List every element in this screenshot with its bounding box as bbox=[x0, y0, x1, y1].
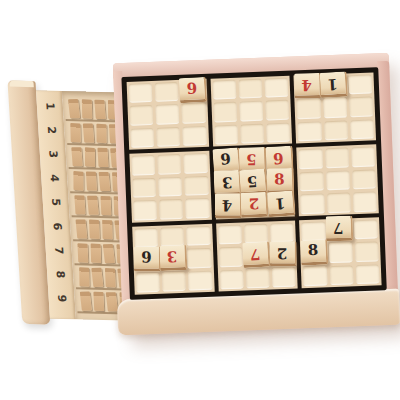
drawer-row-label: 9 bbox=[54, 285, 69, 311]
grid-cell[interactable]: 3 bbox=[161, 249, 185, 269]
drawer-tile[interactable] bbox=[87, 196, 99, 215]
grid-cell[interactable] bbox=[160, 226, 184, 246]
grid-cell[interactable] bbox=[328, 242, 352, 262]
grid-cell[interactable] bbox=[136, 272, 160, 292]
grid-cell[interactable] bbox=[218, 224, 242, 244]
drawer-tile[interactable] bbox=[103, 244, 115, 263]
tile-digit: 4 bbox=[301, 76, 312, 91]
grid-cell[interactable] bbox=[158, 154, 182, 174]
grid-cell[interactable]: 5 bbox=[242, 173, 266, 193]
drawer-tile[interactable] bbox=[74, 195, 85, 214]
grid-box: 956358421 bbox=[213, 148, 295, 219]
drawer-tile[interactable] bbox=[101, 196, 112, 215]
grid-cell[interactable]: 9 bbox=[181, 81, 205, 101]
drawer-row-label: 4 bbox=[47, 165, 62, 191]
grid-cell[interactable] bbox=[352, 169, 376, 189]
grid-cell[interactable] bbox=[186, 198, 210, 218]
drawer-tile[interactable] bbox=[71, 147, 82, 166]
drawer-tile[interactable] bbox=[106, 292, 118, 311]
grid-cell[interactable] bbox=[348, 74, 372, 94]
grid-cell[interactable] bbox=[219, 247, 243, 267]
tile-digit: 3 bbox=[221, 174, 232, 189]
drawer-tile[interactable] bbox=[102, 220, 113, 240]
tile-digit: 5 bbox=[247, 173, 259, 189]
tile-digit: 8 bbox=[274, 172, 285, 187]
grid-cell[interactable]: 7 bbox=[328, 220, 352, 240]
grid-cell[interactable]: 4 bbox=[217, 197, 241, 217]
number-tile[interactable]: 1 bbox=[267, 190, 296, 217]
drawer-tile[interactable] bbox=[83, 124, 94, 143]
grid-cell[interactable] bbox=[129, 83, 153, 103]
grid-cell[interactable] bbox=[324, 120, 348, 140]
drawer-tile[interactable] bbox=[91, 244, 102, 264]
drawer-tile[interactable] bbox=[96, 124, 106, 144]
drawer-tile[interactable] bbox=[70, 123, 81, 143]
drawer-tile[interactable] bbox=[73, 171, 83, 191]
grid-cell[interactable]: 3 bbox=[216, 174, 240, 194]
drawer-row-label: 6 bbox=[50, 213, 65, 239]
grid-cell[interactable] bbox=[187, 248, 211, 268]
drawer-row-label: 2 bbox=[44, 117, 59, 143]
grid-box bbox=[129, 151, 211, 222]
grid-cell[interactable] bbox=[300, 171, 324, 191]
number-tile[interactable]: 9 bbox=[179, 77, 207, 103]
grid-cell[interactable] bbox=[182, 103, 206, 123]
drawer-tile[interactable] bbox=[91, 268, 103, 287]
drawer-row-label: 8 bbox=[53, 261, 68, 287]
grid-cell[interactable] bbox=[350, 119, 374, 139]
grid-cell[interactable] bbox=[351, 147, 375, 167]
grid-cell[interactable] bbox=[329, 265, 353, 285]
grid-cell[interactable] bbox=[133, 200, 157, 220]
grid-cell[interactable] bbox=[297, 99, 321, 119]
grid-cell[interactable] bbox=[159, 199, 183, 219]
grid-box bbox=[210, 76, 292, 147]
tile-digit: 7 bbox=[250, 245, 261, 261]
grid-cell[interactable]: 2 bbox=[271, 245, 295, 265]
number-tile[interactable]: 2 bbox=[269, 241, 296, 266]
grid-cell[interactable] bbox=[185, 176, 209, 196]
drawer-row-label: 3 bbox=[46, 141, 61, 167]
tile-digit: 9 bbox=[141, 250, 151, 265]
grid-cell[interactable] bbox=[155, 82, 179, 102]
drawer-tile[interactable] bbox=[85, 147, 95, 167]
tile-digit: 1 bbox=[274, 194, 286, 210]
grid-cell[interactable] bbox=[353, 192, 377, 212]
drawer-tile[interactable] bbox=[93, 292, 104, 311]
grid-cell[interactable]: 2 bbox=[243, 196, 267, 216]
grid-cell[interactable] bbox=[132, 178, 156, 198]
grid-cell[interactable] bbox=[212, 80, 236, 100]
grid-cell[interactable] bbox=[349, 97, 373, 117]
drawer-tile[interactable] bbox=[99, 172, 111, 191]
grid-cell[interactable] bbox=[187, 225, 211, 245]
grid-cell[interactable] bbox=[325, 148, 349, 168]
grid-cell[interactable] bbox=[214, 125, 238, 145]
grid-box: 41 bbox=[294, 72, 376, 143]
grid-cell[interactable] bbox=[300, 194, 324, 214]
drawer-tile[interactable] bbox=[94, 100, 105, 119]
number-tile[interactable]: 1 bbox=[320, 71, 348, 97]
grid-cell[interactable] bbox=[323, 98, 347, 118]
grid-cell[interactable] bbox=[327, 193, 351, 213]
tile-digit: 9 bbox=[186, 81, 197, 97]
drawer-tile[interactable] bbox=[77, 243, 88, 262]
grid-cell[interactable] bbox=[355, 241, 379, 261]
grid-cell[interactable] bbox=[188, 270, 212, 290]
grid-cell[interactable] bbox=[130, 105, 154, 125]
grid-cell[interactable] bbox=[303, 266, 327, 286]
drawer-tile[interactable] bbox=[89, 220, 100, 239]
tile-digit: 4 bbox=[222, 197, 232, 212]
tile-digit: 1 bbox=[327, 75, 338, 91]
grid-cell[interactable] bbox=[299, 149, 323, 169]
grid-cell[interactable] bbox=[272, 267, 296, 287]
grid-cell[interactable] bbox=[356, 264, 380, 284]
grid-cell[interactable] bbox=[213, 102, 237, 122]
grid-cell[interactable] bbox=[156, 104, 180, 124]
grid-cell[interactable] bbox=[246, 268, 270, 288]
grid-cell[interactable] bbox=[244, 223, 268, 243]
grid-cell[interactable] bbox=[131, 155, 155, 175]
grid-cell[interactable] bbox=[183, 126, 207, 146]
grid-box: 72 bbox=[216, 220, 298, 291]
tile-digit: 6 bbox=[273, 150, 284, 166]
drawer-tile[interactable] bbox=[86, 172, 97, 191]
drawer-tile[interactable] bbox=[82, 99, 93, 119]
number-tile[interactable]: 9 bbox=[133, 246, 160, 271]
number-tile[interactable]: 7 bbox=[326, 216, 354, 242]
number-tile[interactable]: 3 bbox=[159, 245, 187, 271]
grid-cell[interactable]: 7 bbox=[245, 246, 269, 266]
grid-cell[interactable]: 8 bbox=[302, 243, 326, 263]
grid-cell[interactable] bbox=[134, 227, 158, 247]
grid-cell[interactable] bbox=[184, 153, 208, 173]
grid-box: 78 bbox=[299, 217, 381, 288]
tile-digit: 3 bbox=[167, 249, 178, 264]
grid-cell[interactable] bbox=[326, 170, 350, 190]
grid-cell[interactable]: 1 bbox=[269, 195, 293, 215]
number-tile[interactable]: 8 bbox=[300, 239, 328, 265]
drawer-tile[interactable] bbox=[76, 219, 88, 238]
drawer-tile[interactable] bbox=[80, 291, 92, 310]
grid-cell[interactable] bbox=[157, 127, 181, 147]
grid-cell[interactable]: 8 bbox=[268, 172, 292, 192]
grid-cell[interactable]: 9 bbox=[135, 250, 159, 270]
drawer-tile[interactable] bbox=[79, 267, 90, 287]
product-photo: 123456789 941956358421937278 bbox=[0, 0, 400, 400]
grid-cell[interactable] bbox=[239, 101, 263, 121]
sudoku-board-box: 941956358421937278 bbox=[113, 53, 399, 335]
drawer-tile[interactable] bbox=[68, 99, 80, 118]
sudoku-grid: 941956358421937278 bbox=[121, 67, 386, 300]
grid-box: 9 bbox=[127, 79, 209, 150]
grid-cell[interactable] bbox=[162, 271, 186, 291]
grid-cell[interactable]: 4 bbox=[296, 76, 320, 96]
grid-cell[interactable] bbox=[238, 79, 262, 99]
grid-box: 93 bbox=[132, 223, 214, 294]
grid-cell[interactable] bbox=[266, 100, 290, 120]
drawer-tile[interactable] bbox=[105, 268, 116, 287]
tile-digit: 7 bbox=[333, 220, 344, 235]
grid-cell[interactable] bbox=[265, 78, 289, 98]
grid-cell[interactable] bbox=[240, 124, 264, 144]
grid-cell[interactable] bbox=[354, 219, 378, 239]
number-tile[interactable]: 4 bbox=[215, 193, 242, 218]
tile-digit: 8 bbox=[308, 243, 319, 258]
grid-cell[interactable] bbox=[298, 121, 322, 141]
tile-digit: 9 bbox=[220, 152, 232, 168]
grid-cell[interactable] bbox=[159, 177, 183, 197]
grid-box bbox=[297, 145, 379, 216]
drawer-tile[interactable] bbox=[97, 148, 108, 167]
number-tile[interactable]: 4 bbox=[294, 73, 322, 99]
drawer-row-label: 1 bbox=[43, 93, 58, 119]
grid-cell[interactable] bbox=[220, 269, 244, 289]
grid-cell[interactable]: 9 bbox=[215, 152, 239, 172]
grid-cell[interactable] bbox=[130, 128, 154, 148]
tile-digit: 5 bbox=[247, 151, 258, 166]
tile-digit: 2 bbox=[248, 196, 259, 211]
drawer-row-label: 7 bbox=[51, 237, 66, 263]
grid-cell[interactable] bbox=[266, 123, 290, 143]
tile-digit: 2 bbox=[277, 245, 287, 260]
grid-cell[interactable]: 1 bbox=[322, 75, 346, 95]
grid-cell[interactable] bbox=[301, 221, 325, 241]
drawer-row-label: 5 bbox=[49, 189, 64, 215]
grid-cell[interactable] bbox=[270, 222, 294, 242]
number-tile[interactable]: 7 bbox=[243, 241, 271, 267]
number-tile[interactable]: 2 bbox=[241, 192, 269, 218]
